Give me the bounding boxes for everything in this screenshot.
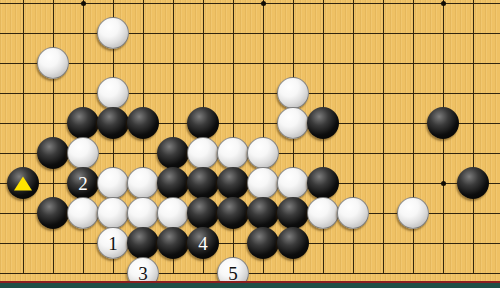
- black-stone[interactable]: [127, 107, 159, 139]
- black-stone[interactable]: 4: [187, 227, 219, 259]
- black-stone[interactable]: [427, 107, 459, 139]
- white-stone[interactable]: [247, 137, 279, 169]
- black-stone[interactable]: [157, 167, 189, 199]
- white-stone[interactable]: [307, 197, 339, 229]
- white-stone[interactable]: [187, 137, 219, 169]
- white-stone[interactable]: 1: [97, 227, 129, 259]
- move-number-label: 2: [67, 167, 99, 199]
- move-number-label: 4: [187, 227, 219, 259]
- white-stone[interactable]: [247, 167, 279, 199]
- white-stone[interactable]: [97, 167, 129, 199]
- move-number-label: 1: [98, 228, 128, 258]
- table-background-strip: [0, 283, 500, 288]
- black-stone[interactable]: [247, 227, 279, 259]
- black-stone[interactable]: [127, 227, 159, 259]
- black-stone[interactable]: [157, 227, 189, 259]
- white-stone[interactable]: [217, 137, 249, 169]
- grid-line-vertical: [413, 0, 414, 274]
- white-stone[interactable]: [277, 107, 309, 139]
- white-stone[interactable]: [127, 167, 159, 199]
- white-stone[interactable]: [97, 77, 129, 109]
- white-stone[interactable]: [127, 197, 159, 229]
- white-stone[interactable]: [37, 47, 69, 79]
- black-stone[interactable]: [157, 137, 189, 169]
- white-stone[interactable]: [277, 77, 309, 109]
- black-stone[interactable]: [277, 227, 309, 259]
- black-stone[interactable]: [187, 167, 219, 199]
- black-stone[interactable]: [67, 107, 99, 139]
- grid-line-horizontal: [0, 63, 500, 64]
- black-stone[interactable]: [307, 107, 339, 139]
- grid-line-vertical: [473, 0, 474, 274]
- black-stone[interactable]: [247, 197, 279, 229]
- black-stone[interactable]: [7, 167, 39, 199]
- black-stone[interactable]: [217, 197, 249, 229]
- grid-line-horizontal: [0, 33, 500, 34]
- star-point: [261, 1, 266, 6]
- black-stone[interactable]: 2: [67, 167, 99, 199]
- white-stone[interactable]: [337, 197, 369, 229]
- black-stone[interactable]: [277, 197, 309, 229]
- white-stone[interactable]: [67, 197, 99, 229]
- black-stone[interactable]: [217, 167, 249, 199]
- grid-line-vertical: [383, 0, 384, 274]
- black-stone[interactable]: [307, 167, 339, 199]
- white-stone[interactable]: [67, 137, 99, 169]
- star-point: [441, 1, 446, 6]
- black-stone[interactable]: [97, 107, 129, 139]
- grid-line-horizontal: [0, 93, 500, 94]
- black-stone[interactable]: [187, 197, 219, 229]
- grid-line-horizontal: [0, 3, 500, 4]
- grid-line-vertical: [353, 0, 354, 274]
- white-stone[interactable]: [397, 197, 429, 229]
- black-stone[interactable]: [37, 197, 69, 229]
- white-stone[interactable]: [157, 197, 189, 229]
- star-point: [441, 181, 446, 186]
- star-point: [81, 1, 86, 6]
- white-stone[interactable]: [277, 167, 309, 199]
- white-stone[interactable]: [97, 197, 129, 229]
- grid-line-horizontal: [0, 273, 500, 274]
- grid-line-vertical: [23, 0, 24, 274]
- white-stone[interactable]: [97, 17, 129, 49]
- black-stone[interactable]: [457, 167, 489, 199]
- triangle-marker-icon: [14, 177, 32, 191]
- black-stone[interactable]: [187, 107, 219, 139]
- black-stone[interactable]: [37, 137, 69, 169]
- go-diagram: 21435: [0, 0, 500, 288]
- go-board[interactable]: 21435: [0, 0, 500, 281]
